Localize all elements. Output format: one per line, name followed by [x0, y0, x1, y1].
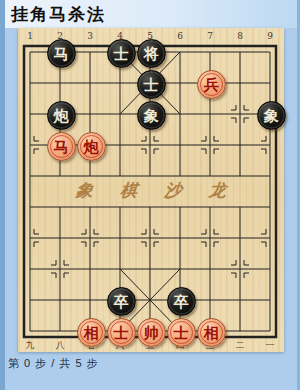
black-soldier-piece[interactable]: 卒: [167, 287, 196, 316]
file-label-top-6: 6: [173, 31, 187, 41]
red-elephant-piece[interactable]: 相: [77, 318, 106, 347]
title-bar: 挂角马杀法: [5, 0, 297, 28]
file-label-top-7: 7: [203, 31, 217, 41]
file-label-bottom-9: 一: [263, 339, 277, 352]
red-advisor-piece[interactable]: 士: [107, 318, 136, 347]
black-soldier-piece[interactable]: 卒: [107, 287, 136, 316]
red-general-piece[interactable]: 帅: [137, 318, 166, 347]
file-label-top-9: 9: [263, 31, 277, 41]
red-soldier-piece[interactable]: 兵: [197, 70, 226, 99]
file-label-bottom-2: 八: [53, 339, 67, 352]
black-horse-piece[interactable]: 马: [47, 39, 76, 68]
red-horse-piece[interactable]: 马: [47, 132, 76, 161]
file-label-bottom-8: 二: [233, 339, 247, 352]
file-label-bottom-1: 九: [23, 339, 37, 352]
move-counter: 第 0 步 / 共 5 步: [8, 356, 99, 371]
window-right-edge: [297, 0, 300, 390]
black-general-piece[interactable]: 将: [137, 39, 166, 68]
black-advisor-piece[interactable]: 士: [107, 39, 136, 68]
window-left-edge: [0, 0, 5, 390]
puzzle-title: 挂角马杀法: [11, 3, 106, 26]
black-elephant-piece[interactable]: 象: [257, 101, 286, 130]
xiangqi-board[interactable]: 123456789 九八七六五四三二一 象棋沙龙 马士将士兵炮象象马炮卒卒相士帅…: [18, 28, 284, 352]
red-advisor-piece[interactable]: 士: [167, 318, 196, 347]
black-elephant-piece[interactable]: 象: [137, 101, 166, 130]
red-cannon-piece[interactable]: 炮: [77, 132, 106, 161]
red-elephant-piece[interactable]: 相: [197, 318, 226, 347]
black-cannon-piece[interactable]: 炮: [47, 101, 76, 130]
black-advisor-piece[interactable]: 士: [137, 70, 166, 99]
file-label-top-3: 3: [83, 31, 97, 41]
file-label-top-8: 8: [233, 31, 247, 41]
file-label-top-1: 1: [23, 31, 37, 41]
